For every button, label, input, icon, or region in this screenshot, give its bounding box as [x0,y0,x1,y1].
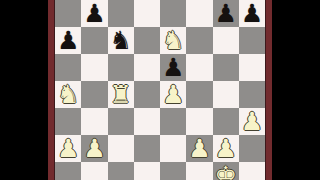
black-knight: ♞ [108,27,134,54]
square-b4 [81,81,107,108]
white-knight: ♞ [160,27,186,54]
square-c3 [108,108,134,135]
black-pawn: ♟ [55,27,81,54]
square-b7: ♟ [81,0,107,27]
square-h5 [239,54,265,81]
square-b1 [81,162,107,180]
square-e2 [160,135,186,162]
square-d6 [134,27,160,54]
square-h6 [239,27,265,54]
square-b6 [81,27,107,54]
white-pawn: ♟ [81,135,107,162]
white-pawn: ♟ [186,135,212,162]
square-g1: ♚ [213,162,239,180]
square-c7 [108,0,134,27]
square-b2: ♟ [81,135,107,162]
square-h3: ♟ [239,108,265,135]
square-g3 [213,108,239,135]
black-pawn: ♟ [239,0,265,27]
square-c1 [108,162,134,180]
square-d3 [134,108,160,135]
square-e3 [160,108,186,135]
square-a6: ♟ [55,27,81,54]
square-d1 [134,162,160,180]
white-knight: ♞ [55,81,81,108]
square-g6 [213,27,239,54]
square-f4 [186,81,212,108]
square-f1 [186,162,212,180]
square-a1 [55,162,81,180]
square-h1 [239,162,265,180]
square-a4: ♞ [55,81,81,108]
white-rook: ♜ [108,81,134,108]
white-pawn: ♟ [213,135,239,162]
square-d5 [134,54,160,81]
square-g4 [213,81,239,108]
black-pawn: ♟ [160,54,186,81]
square-a3 [55,108,81,135]
square-e7 [160,0,186,27]
square-f5 [186,54,212,81]
square-h2 [239,135,265,162]
square-b5 [81,54,107,81]
square-e1 [160,162,186,180]
square-a7 [55,0,81,27]
square-d7 [134,0,160,27]
square-h4 [239,81,265,108]
square-d2 [134,135,160,162]
square-e4: ♟ [160,81,186,108]
chess-board-frame: ♟♟♟♟♞♞♟♞♜♟♟♟♟♟♟♚ [48,0,272,180]
square-c6: ♞ [108,27,134,54]
square-g7: ♟ [213,0,239,27]
square-e6: ♞ [160,27,186,54]
square-a5 [55,54,81,81]
square-a2: ♟ [55,135,81,162]
white-pawn: ♟ [239,108,265,135]
square-c4: ♜ [108,81,134,108]
white-pawn: ♟ [55,135,81,162]
black-pawn: ♟ [213,0,239,27]
square-g5 [213,54,239,81]
square-d4 [134,81,160,108]
black-pawn: ♟ [81,0,107,27]
square-c5 [108,54,134,81]
square-e5: ♟ [160,54,186,81]
chess-board: ♟♟♟♟♞♞♟♞♜♟♟♟♟♟♟♚ [54,0,266,180]
square-c2 [108,135,134,162]
video-frame: ♟♟♟♟♞♞♟♞♜♟♟♟♟♟♟♚ [0,0,320,180]
square-f2: ♟ [186,135,212,162]
square-f7 [186,0,212,27]
square-h7: ♟ [239,0,265,27]
square-b3 [81,108,107,135]
square-f6 [186,27,212,54]
white-king: ♚ [213,162,239,180]
square-f3 [186,108,212,135]
square-g2: ♟ [213,135,239,162]
white-pawn: ♟ [160,81,186,108]
